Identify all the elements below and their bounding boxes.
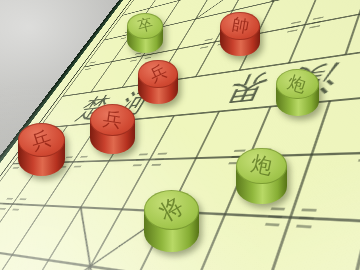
piece-top-face: 兵 — [18, 123, 65, 157]
piece-character: 卒 — [136, 17, 154, 35]
piece-red-soldier[interactable]: 兵 — [18, 123, 65, 176]
piece-character: 兵 — [101, 109, 122, 130]
piece-top-face: 兵 — [90, 104, 135, 136]
piece-character: 兵 — [28, 127, 53, 152]
piece-top-face: 炮 — [236, 148, 287, 185]
piece-red-general[interactable]: 帥 — [220, 12, 260, 57]
piece-character: 兵 — [147, 63, 170, 86]
piece-green-cannon[interactable]: 炮 — [236, 148, 287, 205]
piece-top-face: 炮 — [276, 69, 319, 100]
piece-top-face: 兵 — [138, 60, 178, 89]
piece-character: 炮 — [249, 154, 274, 179]
piece-green-general[interactable]: 将 — [144, 190, 199, 252]
piece-top-face: 将 — [144, 190, 199, 230]
piece-red-soldier[interactable]: 兵 — [138, 60, 178, 105]
piece-top-face: 帥 — [220, 12, 260, 41]
xiangqi-photo-scene: 楚河 漢界 卒 帥 兵 炮 兵 — [0, 0, 360, 270]
piece-character: 帥 — [230, 16, 250, 36]
piece-green-soldier[interactable]: 卒 — [127, 13, 163, 53]
piece-character: 将 — [155, 194, 186, 225]
piece-character: 炮 — [286, 73, 309, 96]
piece-top-face: 卒 — [127, 13, 163, 39]
piece-green-cannon[interactable]: 炮 — [276, 69, 319, 117]
piece-red-soldier[interactable]: 兵 — [90, 104, 135, 154]
